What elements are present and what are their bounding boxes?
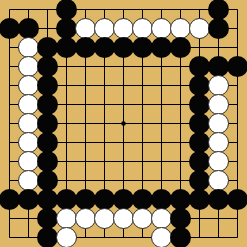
black-stone[interactable] (94, 189, 115, 210)
black-stone[interactable] (18, 18, 39, 39)
black-stone[interactable] (208, 56, 229, 77)
white-stone[interactable] (75, 208, 96, 229)
black-stone[interactable] (37, 170, 58, 191)
white-stone[interactable] (18, 151, 39, 172)
white-stone[interactable] (208, 170, 229, 191)
black-stone[interactable] (189, 189, 210, 210)
black-stone[interactable] (227, 56, 247, 77)
black-stone[interactable] (170, 189, 191, 210)
white-stone[interactable] (151, 227, 172, 247)
black-stone[interactable] (132, 37, 153, 58)
black-stone[interactable] (151, 189, 172, 210)
star-point (121, 121, 126, 126)
white-stone[interactable] (132, 18, 153, 39)
white-stone[interactable] (151, 208, 172, 229)
black-stone[interactable] (56, 189, 77, 210)
white-stone[interactable] (18, 37, 39, 58)
black-stone[interactable] (0, 18, 20, 39)
black-stone[interactable] (37, 37, 58, 58)
white-stone[interactable] (18, 94, 39, 115)
white-stone[interactable] (189, 18, 210, 39)
black-stone[interactable] (170, 37, 191, 58)
black-stone[interactable] (37, 56, 58, 77)
black-stone[interactable] (37, 189, 58, 210)
black-stone[interactable] (56, 18, 77, 39)
black-stone[interactable] (37, 151, 58, 172)
black-stone[interactable] (0, 189, 20, 210)
black-stone[interactable] (189, 75, 210, 96)
black-stone[interactable] (75, 189, 96, 210)
black-stone[interactable] (113, 189, 134, 210)
black-stone[interactable] (113, 37, 134, 58)
black-stone[interactable] (37, 132, 58, 153)
black-stone[interactable] (75, 37, 96, 58)
black-stone[interactable] (170, 227, 191, 247)
go-board[interactable] (0, 0, 247, 247)
black-stone[interactable] (189, 56, 210, 77)
black-stone[interactable] (189, 94, 210, 115)
black-stone[interactable] (37, 94, 58, 115)
white-stone[interactable] (94, 208, 115, 229)
white-stone[interactable] (94, 18, 115, 39)
black-stone[interactable] (56, 0, 77, 20)
white-stone[interactable] (56, 208, 77, 229)
black-stone[interactable] (208, 189, 229, 210)
white-stone[interactable] (18, 56, 39, 77)
black-stone[interactable] (56, 37, 77, 58)
white-stone[interactable] (208, 94, 229, 115)
white-stone[interactable] (170, 18, 191, 39)
white-stone[interactable] (208, 132, 229, 153)
black-stone[interactable] (37, 113, 58, 134)
black-stone[interactable] (189, 170, 210, 191)
white-stone[interactable] (208, 113, 229, 134)
white-stone[interactable] (18, 170, 39, 191)
black-stone[interactable] (189, 132, 210, 153)
white-stone[interactable] (75, 18, 96, 39)
black-stone[interactable] (37, 75, 58, 96)
white-stone[interactable] (18, 75, 39, 96)
black-stone[interactable] (208, 18, 229, 39)
white-stone[interactable] (113, 18, 134, 39)
black-stone[interactable] (189, 151, 210, 172)
white-stone[interactable] (151, 18, 172, 39)
white-stone[interactable] (113, 208, 134, 229)
black-stone[interactable] (132, 189, 153, 210)
black-stone[interactable] (151, 37, 172, 58)
black-stone[interactable] (170, 208, 191, 229)
white-stone[interactable] (18, 132, 39, 153)
white-stone[interactable] (208, 75, 229, 96)
black-stone[interactable] (94, 37, 115, 58)
white-stone[interactable] (18, 113, 39, 134)
black-stone[interactable] (37, 227, 58, 247)
black-stone[interactable] (227, 189, 247, 210)
white-stone[interactable] (132, 208, 153, 229)
white-stone[interactable] (56, 227, 77, 247)
black-stone[interactable] (18, 189, 39, 210)
black-stone[interactable] (189, 113, 210, 134)
black-stone[interactable] (208, 0, 229, 20)
black-stone[interactable] (37, 208, 58, 229)
white-stone[interactable] (208, 151, 229, 172)
